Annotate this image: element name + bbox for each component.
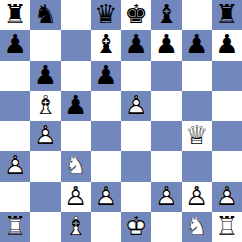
piece-white-pawn: ♟♙ — [212, 182, 242, 212]
square-h1[interactable]: ♜♖ — [212, 212, 242, 242]
square-d7[interactable]: ♝ — [91, 30, 121, 60]
white-queen-outline: ♕ — [185, 123, 208, 149]
white-pawn-outline: ♙ — [124, 92, 147, 118]
piece-black-king: ♚ — [121, 0, 151, 30]
black-king-glyph: ♚ — [124, 2, 147, 28]
white-king-outline: ♔ — [124, 213, 147, 239]
piece-black-pawn: ♟ — [121, 30, 151, 60]
black-pawn-glyph: ♟ — [3, 32, 26, 58]
black-pawn-glyph: ♟ — [94, 62, 117, 88]
square-d5[interactable] — [91, 91, 121, 121]
piece-white-rook: ♜♖ — [212, 212, 242, 242]
piece-white-rook: ♜♖ — [0, 212, 30, 242]
black-bishop-glyph: ♝ — [94, 32, 117, 58]
square-a6[interactable] — [0, 61, 30, 91]
square-h5[interactable] — [212, 91, 242, 121]
square-g5[interactable] — [182, 91, 212, 121]
square-e5[interactable]: ♟♙ — [121, 91, 151, 121]
square-c3[interactable]: ♞♘ — [61, 151, 91, 181]
square-a8[interactable]: ♜ — [0, 0, 30, 30]
square-d3[interactable] — [91, 151, 121, 181]
square-b6[interactable]: ♟ — [30, 61, 60, 91]
piece-black-queen: ♛ — [91, 0, 121, 30]
square-d1[interactable] — [91, 212, 121, 242]
square-f5[interactable] — [151, 91, 181, 121]
piece-black-pawn: ♟ — [61, 91, 91, 121]
square-g4[interactable]: ♛♕ — [182, 121, 212, 151]
piece-black-bishop: ♝ — [91, 30, 121, 60]
square-b4[interactable]: ♟♙ — [30, 121, 60, 151]
square-g2[interactable]: ♟♙ — [182, 182, 212, 212]
piece-white-queen: ♛♕ — [182, 121, 212, 151]
square-h7[interactable]: ♟ — [212, 30, 242, 60]
square-g8[interactable] — [182, 0, 212, 30]
black-pawn-glyph: ♟ — [34, 62, 57, 88]
white-pawn-outline: ♙ — [34, 123, 57, 149]
square-e3[interactable] — [121, 151, 151, 181]
piece-white-bishop: ♝♗ — [30, 91, 60, 121]
black-bishop-glyph: ♝ — [155, 2, 178, 28]
piece-black-bishop: ♝ — [151, 0, 181, 30]
piece-black-rook: ♜ — [212, 0, 242, 30]
square-e8[interactable]: ♚ — [121, 0, 151, 30]
square-b5[interactable]: ♝♗ — [30, 91, 60, 121]
piece-black-pawn: ♟ — [212, 30, 242, 60]
square-f7[interactable]: ♟ — [151, 30, 181, 60]
piece-white-pawn: ♟♙ — [61, 182, 91, 212]
square-e2[interactable] — [121, 182, 151, 212]
piece-black-pawn: ♟ — [182, 30, 212, 60]
piece-white-pawn: ♟♙ — [151, 182, 181, 212]
square-b3[interactable] — [30, 151, 60, 181]
square-c6[interactable] — [61, 61, 91, 91]
black-pawn-glyph: ♟ — [124, 32, 147, 58]
square-h6[interactable] — [212, 61, 242, 91]
piece-black-rook: ♜ — [0, 0, 30, 30]
square-h3[interactable] — [212, 151, 242, 181]
black-pawn-glyph: ♟ — [64, 92, 87, 118]
piece-white-pawn: ♟♙ — [91, 182, 121, 212]
square-c8[interactable] — [61, 0, 91, 30]
black-knight-glyph: ♞ — [34, 2, 57, 28]
square-g3[interactable] — [182, 151, 212, 181]
square-a5[interactable] — [0, 91, 30, 121]
piece-black-pawn: ♟ — [0, 30, 30, 60]
square-g1[interactable]: ♞♘ — [182, 212, 212, 242]
piece-white-knight: ♞♘ — [61, 151, 91, 181]
square-d4[interactable] — [91, 121, 121, 151]
square-e1[interactable]: ♚♔ — [121, 212, 151, 242]
square-f6[interactable] — [151, 61, 181, 91]
white-pawn-outline: ♙ — [155, 183, 178, 209]
square-h2[interactable]: ♟♙ — [212, 182, 242, 212]
square-h4[interactable] — [212, 121, 242, 151]
square-b7[interactable] — [30, 30, 60, 60]
square-g6[interactable] — [182, 61, 212, 91]
white-pawn-outline: ♙ — [64, 183, 87, 209]
square-a3[interactable]: ♟♙ — [0, 151, 30, 181]
square-f1[interactable] — [151, 212, 181, 242]
white-pawn-outline: ♙ — [94, 183, 117, 209]
square-f2[interactable]: ♟♙ — [151, 182, 181, 212]
black-pawn-glyph: ♟ — [215, 32, 238, 58]
square-d2[interactable]: ♟♙ — [91, 182, 121, 212]
piece-black-pawn: ♟ — [91, 61, 121, 91]
white-pawn-outline: ♙ — [185, 183, 208, 209]
piece-white-bishop: ♝♗ — [61, 212, 91, 242]
square-c5[interactable]: ♟ — [61, 91, 91, 121]
black-pawn-glyph: ♟ — [185, 32, 208, 58]
square-c2[interactable]: ♟♙ — [61, 182, 91, 212]
black-queen-glyph: ♛ — [94, 2, 117, 28]
square-b2[interactable] — [30, 182, 60, 212]
white-bishop-outline: ♗ — [34, 92, 57, 118]
square-a7[interactable]: ♟ — [0, 30, 30, 60]
black-rook-glyph: ♜ — [3, 2, 26, 28]
square-h8[interactable]: ♜ — [212, 0, 242, 30]
black-rook-glyph: ♜ — [215, 2, 238, 28]
square-f3[interactable] — [151, 151, 181, 181]
white-knight-outline: ♘ — [64, 153, 87, 179]
square-f4[interactable] — [151, 121, 181, 151]
square-c4[interactable] — [61, 121, 91, 151]
square-a1[interactable]: ♜♖ — [0, 212, 30, 242]
square-f8[interactable]: ♝ — [151, 0, 181, 30]
piece-white-pawn: ♟♙ — [121, 91, 151, 121]
square-g7[interactable]: ♟ — [182, 30, 212, 60]
white-pawn-outline: ♙ — [215, 183, 238, 209]
white-pawn-outline: ♙ — [3, 153, 26, 179]
square-a4[interactable] — [0, 121, 30, 151]
square-e4[interactable] — [121, 121, 151, 151]
piece-white-pawn: ♟♙ — [0, 151, 30, 181]
piece-white-knight: ♞♘ — [182, 212, 212, 242]
square-d8[interactable]: ♛ — [91, 0, 121, 30]
piece-white-king: ♚♔ — [121, 212, 151, 242]
white-knight-outline: ♘ — [185, 213, 208, 239]
square-b1[interactable] — [30, 212, 60, 242]
white-bishop-outline: ♗ — [64, 213, 87, 239]
piece-white-pawn: ♟♙ — [30, 121, 60, 151]
piece-white-pawn: ♟♙ — [182, 182, 212, 212]
white-rook-outline: ♖ — [3, 213, 26, 239]
white-rook-outline: ♖ — [215, 213, 238, 239]
square-e7[interactable]: ♟ — [121, 30, 151, 60]
piece-black-knight: ♞ — [30, 0, 60, 30]
black-pawn-glyph: ♟ — [155, 32, 178, 58]
square-a2[interactable] — [0, 182, 30, 212]
square-e6[interactable] — [121, 61, 151, 91]
square-b8[interactable]: ♞ — [30, 0, 60, 30]
square-c7[interactable] — [61, 30, 91, 60]
piece-black-pawn: ♟ — [151, 30, 181, 60]
piece-black-pawn: ♟ — [30, 61, 60, 91]
square-c1[interactable]: ♝♗ — [61, 212, 91, 242]
square-d6[interactable]: ♟ — [91, 61, 121, 91]
chess-board: ♜♞♛♚♝♜♟♝♟♟♟♟♟♟♝♗♟♟♙♟♙♛♕♟♙♞♘♟♙♟♙♟♙♟♙♟♙♜♖♝… — [0, 0, 242, 242]
